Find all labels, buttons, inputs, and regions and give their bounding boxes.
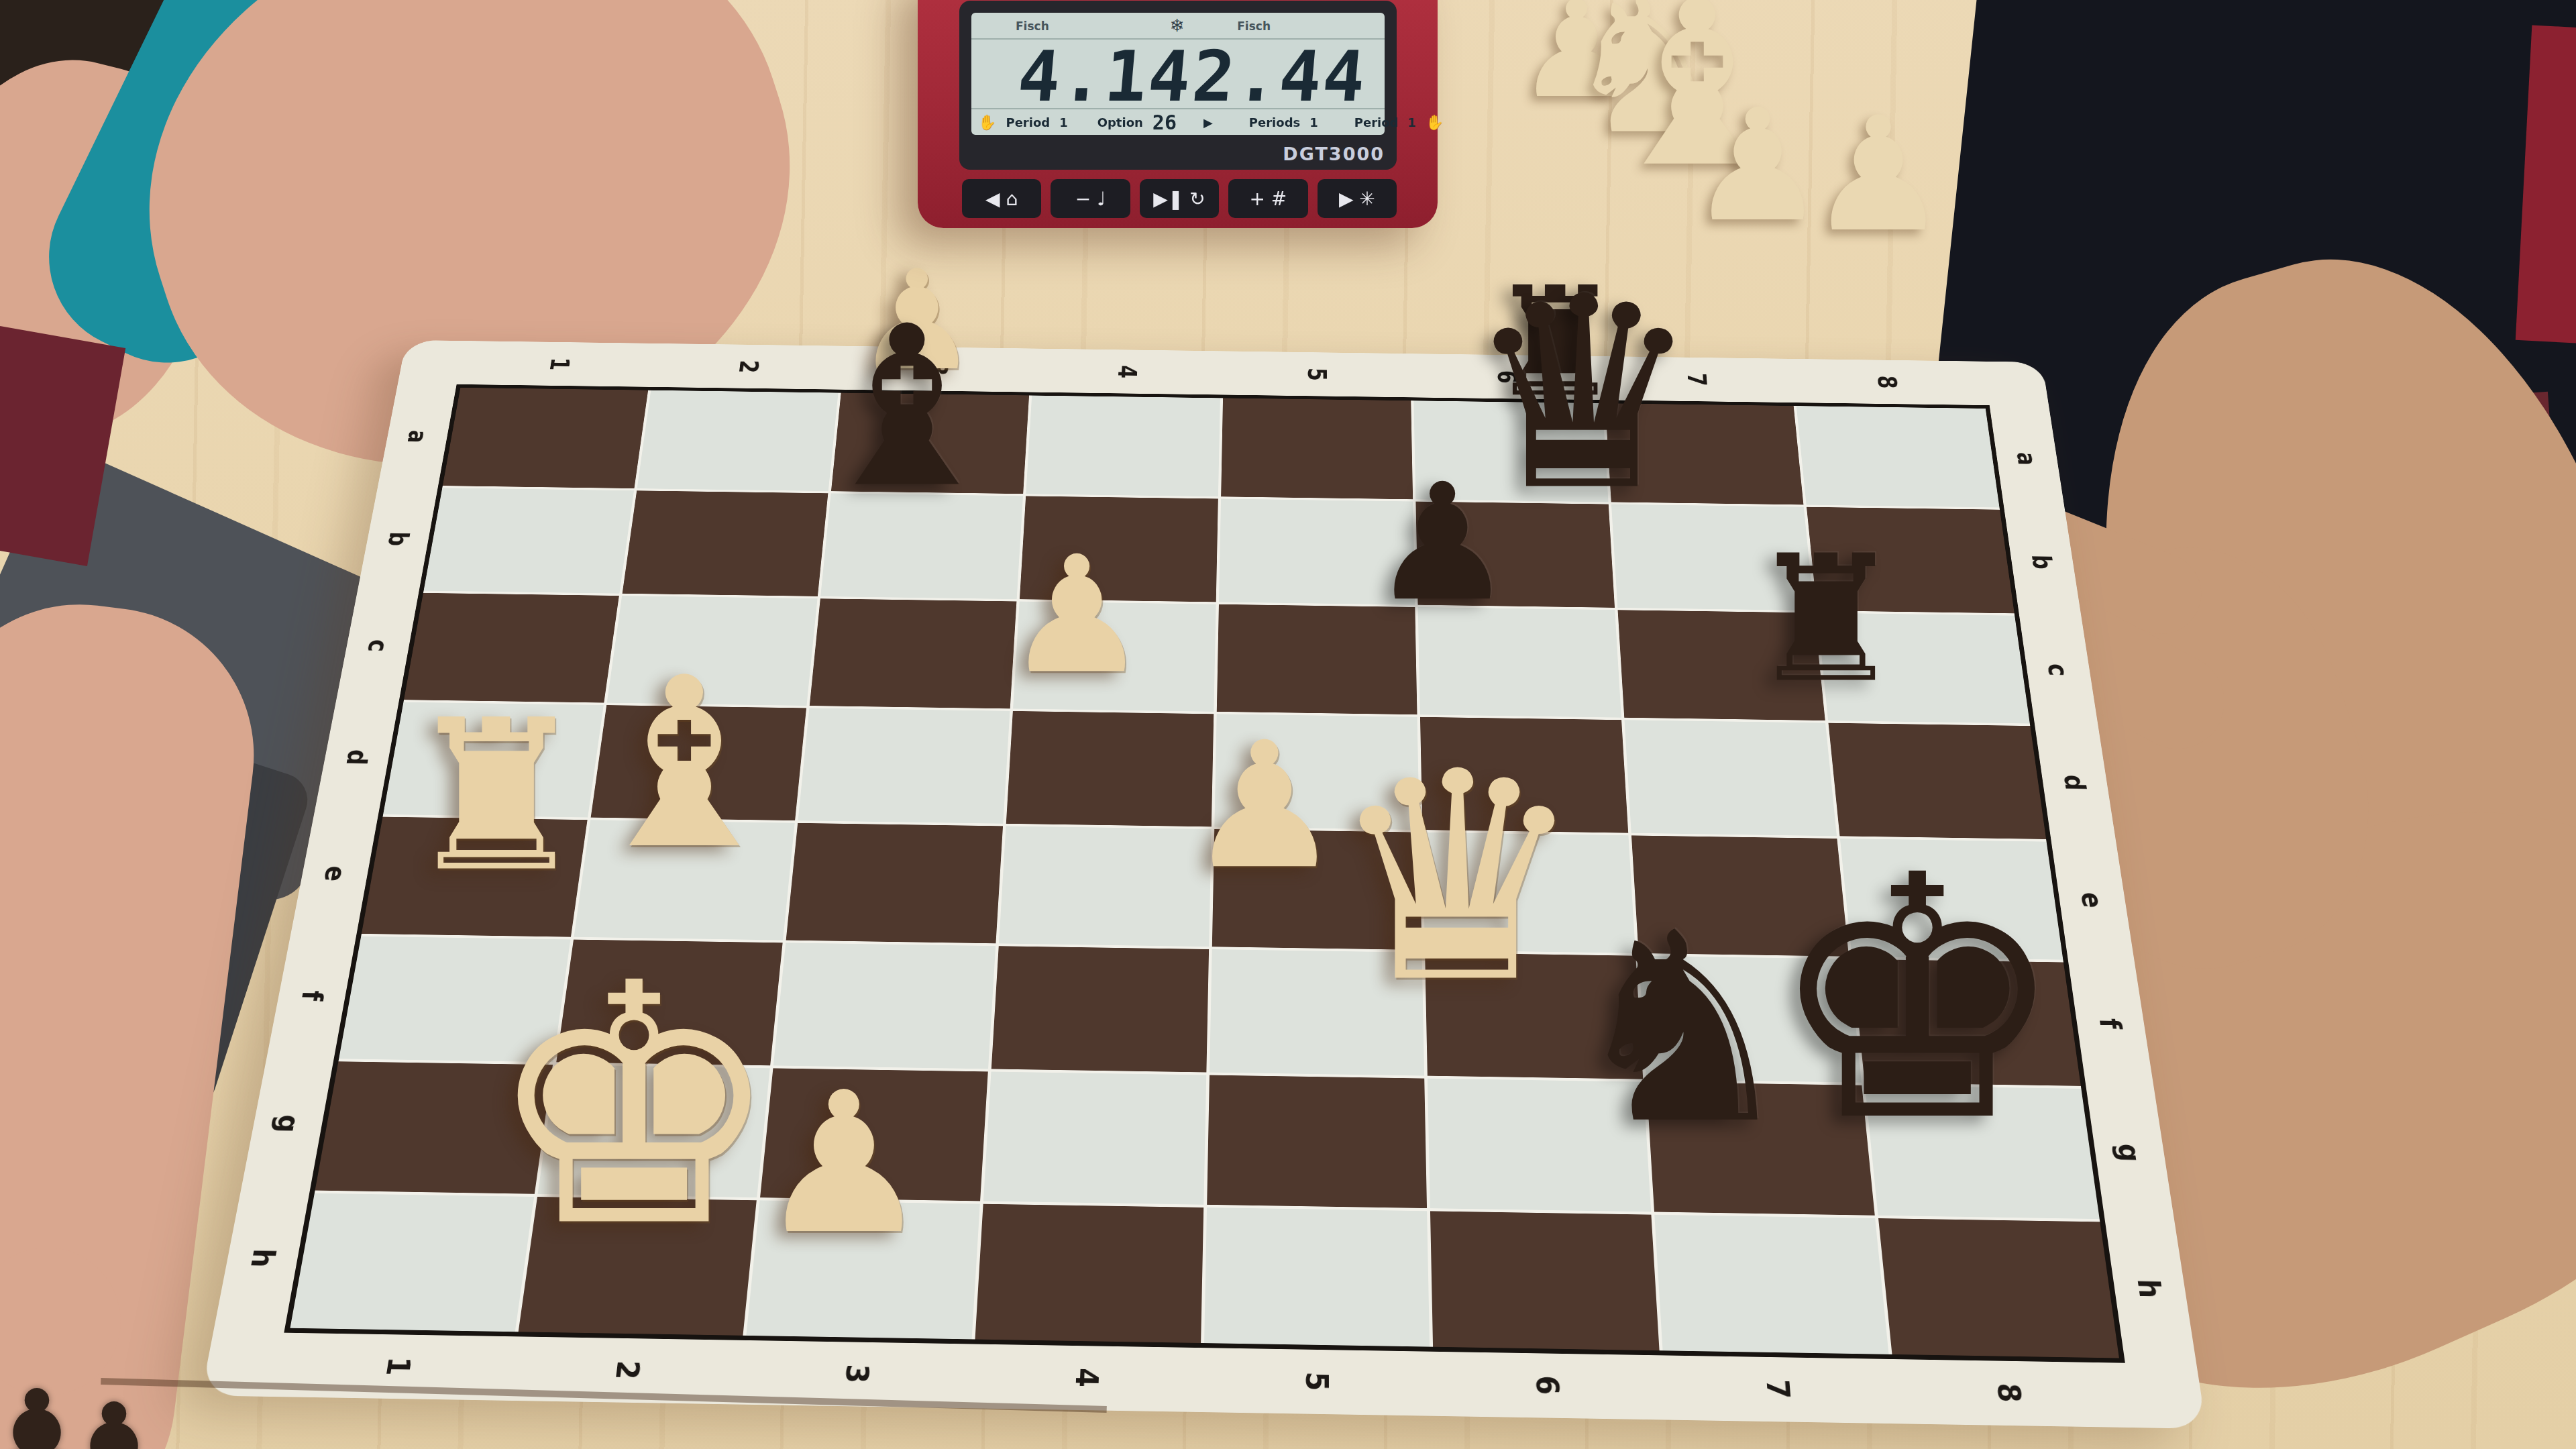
captured-black-piece-1: ♟ [45, 1384, 183, 1449]
clock-button-1[interactable]: − ♩ [1051, 179, 1130, 218]
square-d3[interactable] [798, 708, 1010, 824]
lcd-mode-left: Fisch [1016, 19, 1049, 33]
file-label-right-h: h [2130, 1279, 2168, 1298]
file-label-right-f: f [2092, 1018, 2128, 1030]
hand-icon-right: ✋ [1426, 114, 1444, 131]
photo-canvas: 1122334455667788aabbccddeeffgghh ♟♝♜♛♟♜♟… [0, 0, 2576, 1449]
rank-label-top-5: 5 [1302, 368, 1332, 381]
piece-white-e2[interactable]: ♝ [579, 647, 790, 881]
piece-white-g2[interactable]: ♚ [485, 941, 783, 1273]
square-h5[interactable] [1204, 1207, 1430, 1347]
rank-label-bottom-2: 2 [608, 1360, 646, 1379]
captured-white-piece-3: ♟ [1688, 89, 1827, 244]
piece-white-e5[interactable]: ♟ [1186, 718, 1342, 893]
file-label-right-g: g [2110, 1143, 2148, 1162]
clock-time-left: 4.14 [1015, 36, 1195, 117]
square-a4[interactable] [1026, 396, 1220, 497]
rank-label-bottom-7: 7 [1759, 1379, 1796, 1399]
lcd-bottom-row: ✋ Period 1 Option 26 ▶ Periods 1 Period … [971, 108, 1385, 135]
piece-white-d4[interactable]: ♟ [1004, 535, 1148, 696]
captured-white-piece-4: ♟ [1808, 96, 1949, 254]
chess-clock: Fisch ❄ Fisch 4.14 2.44 ✋ Period 1 Optio… [918, 0, 1438, 228]
rank-label-bottom-8: 8 [1990, 1383, 2028, 1403]
square-c3[interactable] [810, 598, 1016, 708]
piece-black-g8[interactable]: ♚ [1767, 832, 2068, 1167]
option-label: Option [1097, 115, 1143, 129]
square-d4[interactable] [1006, 711, 1214, 826]
clock-time-right: 2.44 [1189, 36, 1369, 117]
piece-black-d8[interactable]: ♜ [1748, 532, 1904, 706]
rank-label-top-1: 1 [543, 358, 575, 371]
file-label-right-a: a [2010, 452, 2043, 466]
clock-button-4[interactable]: ▶ ✳ [1318, 179, 1397, 218]
clock-button-2[interactable]: ▶❚ ↻ [1140, 179, 1219, 218]
periods-label: Periods [1249, 115, 1300, 129]
file-label-left-c: c [362, 639, 395, 652]
piece-black-b3[interactable]: ♝ [808, 297, 1006, 519]
square-e3[interactable] [786, 822, 1003, 943]
square-e4[interactable] [999, 826, 1211, 947]
rank-label-top-2: 2 [733, 360, 763, 373]
square-h7[interactable] [1654, 1214, 1889, 1354]
file-label-right-e: e [2074, 892, 2110, 908]
square-g4[interactable] [983, 1072, 1206, 1205]
square-h8[interactable] [1878, 1218, 2119, 1358]
rank-label-bottom-4: 4 [1068, 1368, 1105, 1388]
square-b1[interactable] [424, 488, 634, 594]
file-label-right-d: d [2057, 774, 2092, 790]
clock-button-0[interactable]: ◀ ⌂ [962, 179, 1041, 218]
rank-label-top-4: 4 [1112, 365, 1142, 378]
period-label-right: Period [1354, 115, 1399, 129]
period-label-left: Period [1006, 115, 1050, 129]
square-h6[interactable] [1430, 1211, 1659, 1350]
piece-white-f6[interactable]: ♛ [1328, 734, 1587, 1022]
period-value-left: 1 [1059, 115, 1068, 129]
square-h4[interactable] [975, 1203, 1203, 1343]
periods-value: 1 [1309, 115, 1318, 129]
clock-model-label: DGT3000 [1283, 144, 1385, 164]
square-a1[interactable] [443, 388, 648, 488]
clock-button-3[interactable]: + # [1228, 179, 1307, 218]
piece-black-g7[interactable]: ♞ [1565, 898, 1800, 1160]
file-label-left-d: d [339, 749, 374, 765]
file-label-left-f: f [294, 990, 330, 1001]
option-value: 26 [1152, 111, 1177, 134]
period-value-right: 1 [1407, 115, 1416, 129]
rank-label-bottom-5: 5 [1299, 1371, 1335, 1391]
file-label-left-g: g [270, 1114, 307, 1133]
square-f4[interactable] [991, 946, 1209, 1073]
clock-bezel: Fisch ❄ Fisch 4.14 2.44 ✋ Period 1 Optio… [959, 1, 1397, 170]
clock-lcd: Fisch ❄ Fisch 4.14 2.44 ✋ Period 1 Optio… [971, 13, 1385, 135]
square-a8[interactable] [1796, 406, 1999, 508]
snowflake-icon: ❄ [1170, 15, 1185, 36]
square-b2[interactable] [622, 491, 828, 596]
rank-label-bottom-6: 6 [1529, 1375, 1566, 1395]
rank-label-top-8: 8 [1871, 376, 1902, 389]
square-g5[interactable] [1207, 1075, 1427, 1208]
piece-white-e1[interactable]: ♜ [403, 692, 590, 900]
rank-label-bottom-3: 3 [838, 1364, 875, 1384]
clock-button-row: ◀ ⌂− ♩▶❚ ↻+ #▶ ✳ [962, 179, 1397, 218]
file-label-left-a: a [401, 430, 433, 443]
run-icon: ▶ [1203, 115, 1213, 129]
hand-icon-left: ✋ [978, 114, 996, 131]
lcd-mode-right: Fisch [1237, 19, 1271, 33]
file-label-right-c: c [2041, 663, 2075, 676]
piece-white-h3[interactable]: ♟ [757, 1067, 931, 1261]
file-label-left-e: e [317, 866, 353, 882]
piece-black-c6[interactable]: ♟ [1370, 462, 1514, 623]
rank-label-bottom-1: 1 [378, 1356, 417, 1376]
file-label-right-b: b [2025, 555, 2058, 570]
file-label-left-h: h [244, 1248, 282, 1268]
file-label-left-b: b [382, 531, 415, 546]
